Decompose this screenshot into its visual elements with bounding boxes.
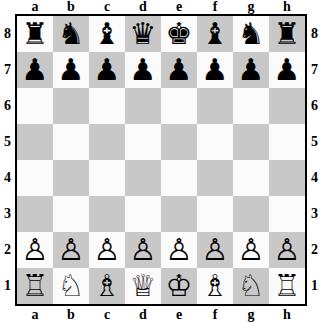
piece-white-pawn: ♙ — [238, 235, 265, 265]
square-h5[interactable] — [269, 124, 305, 160]
square-f6[interactable] — [197, 88, 233, 124]
square-d1[interactable]: ♕ — [125, 268, 161, 304]
piece-black-bishop: ♝ — [94, 19, 121, 49]
square-g6[interactable] — [233, 88, 269, 124]
square-f7[interactable]: ♟ — [197, 52, 233, 88]
rank-label-right-5: 5 — [307, 124, 322, 160]
square-g3[interactable] — [233, 196, 269, 232]
piece-white-knight: ♘ — [238, 271, 265, 301]
piece-white-pawn: ♙ — [94, 235, 121, 265]
square-b8[interactable]: ♞ — [53, 16, 89, 52]
square-f2[interactable]: ♙ — [197, 232, 233, 268]
file-label-top-a: a — [17, 0, 53, 15]
square-e5[interactable] — [161, 124, 197, 160]
piece-white-rook: ♖ — [274, 271, 301, 301]
file-label-top-e: e — [161, 0, 197, 15]
piece-white-pawn: ♙ — [58, 235, 85, 265]
rank-label-left-7: 7 — [0, 52, 15, 88]
file-label-bottom-c: c — [89, 306, 125, 322]
square-f4[interactable] — [197, 160, 233, 196]
square-h8[interactable]: ♜ — [269, 16, 305, 52]
square-g4[interactable] — [233, 160, 269, 196]
square-e1[interactable]: ♔ — [161, 268, 197, 304]
piece-white-knight: ♘ — [58, 271, 85, 301]
square-d7[interactable]: ♟ — [125, 52, 161, 88]
piece-black-king: ♚ — [166, 19, 193, 49]
file-label-bottom-e: e — [161, 306, 197, 322]
rank-label-left-4: 4 — [0, 160, 15, 196]
piece-white-pawn: ♙ — [130, 235, 157, 265]
piece-black-pawn: ♟ — [166, 55, 193, 85]
square-g5[interactable] — [233, 124, 269, 160]
square-h7[interactable]: ♟ — [269, 52, 305, 88]
square-c8[interactable]: ♝ — [89, 16, 125, 52]
piece-black-pawn: ♟ — [238, 55, 265, 85]
file-label-bottom-d: d — [125, 306, 161, 322]
file-label-bottom-g: g — [233, 306, 269, 322]
piece-black-rook: ♜ — [22, 19, 49, 49]
file-label-top-f: f — [197, 0, 233, 15]
square-b4[interactable] — [53, 160, 89, 196]
square-e3[interactable] — [161, 196, 197, 232]
piece-black-knight: ♞ — [58, 19, 85, 49]
board-band: 87654321 ♜♞♝♛♚♝♞♜♟♟♟♟♟♟♟♟♙♙♙♙♙♙♙♙♖♘♗♕♔♗♘… — [0, 14, 322, 306]
rank-label-left-6: 6 — [0, 88, 15, 124]
square-e2[interactable]: ♙ — [161, 232, 197, 268]
rank-label-right-6: 6 — [307, 88, 322, 124]
piece-black-pawn: ♟ — [274, 55, 301, 85]
square-g8[interactable]: ♞ — [233, 16, 269, 52]
square-d6[interactable] — [125, 88, 161, 124]
square-c2[interactable]: ♙ — [89, 232, 125, 268]
square-e4[interactable] — [161, 160, 197, 196]
rank-label-right-2: 2 — [307, 232, 322, 268]
square-g7[interactable]: ♟ — [233, 52, 269, 88]
square-c6[interactable] — [89, 88, 125, 124]
piece-white-queen: ♕ — [130, 271, 157, 301]
rank-label-right-8: 8 — [307, 16, 322, 52]
rank-labels-left: 87654321 — [0, 14, 15, 306]
piece-black-bishop: ♝ — [202, 19, 229, 49]
rank-label-left-2: 2 — [0, 232, 15, 268]
piece-black-pawn: ♟ — [130, 55, 157, 85]
square-h3[interactable] — [269, 196, 305, 232]
file-label-top-d: d — [125, 0, 161, 15]
file-label-top-g: g — [233, 0, 269, 15]
square-d2[interactable]: ♙ — [125, 232, 161, 268]
file-label-top-c: c — [89, 0, 125, 15]
square-f1[interactable]: ♗ — [197, 268, 233, 304]
square-a1[interactable]: ♖ — [17, 268, 53, 304]
square-a3[interactable] — [17, 196, 53, 232]
piece-white-pawn: ♙ — [274, 235, 301, 265]
file-label-bottom-f: f — [197, 306, 233, 322]
chess-board: ♜♞♝♛♚♝♞♜♟♟♟♟♟♟♟♟♙♙♙♙♙♙♙♙♖♘♗♕♔♗♘♖ — [15, 14, 307, 306]
rank-label-left-8: 8 — [0, 16, 15, 52]
piece-white-bishop: ♗ — [94, 271, 121, 301]
square-e7[interactable]: ♟ — [161, 52, 197, 88]
square-f3[interactable] — [197, 196, 233, 232]
piece-white-rook: ♖ — [22, 271, 49, 301]
square-c7[interactable]: ♟ — [89, 52, 125, 88]
file-label-bottom-h: h — [269, 306, 305, 322]
rank-label-right-3: 3 — [307, 196, 322, 232]
square-d5[interactable] — [125, 124, 161, 160]
square-b5[interactable] — [53, 124, 89, 160]
file-label-bottom-b: b — [53, 306, 89, 322]
square-c5[interactable] — [89, 124, 125, 160]
square-c4[interactable] — [89, 160, 125, 196]
square-d8[interactable]: ♛ — [125, 16, 161, 52]
square-a4[interactable] — [17, 160, 53, 196]
piece-white-king: ♔ — [166, 271, 193, 301]
file-labels-bottom: abcdefgh — [17, 306, 322, 322]
square-e6[interactable] — [161, 88, 197, 124]
rank-label-left-1: 1 — [0, 268, 15, 304]
rank-label-right-4: 4 — [307, 160, 322, 196]
square-a7[interactable]: ♟ — [17, 52, 53, 88]
file-labels-top: abcdefgh — [17, 0, 322, 14]
piece-white-pawn: ♙ — [22, 235, 49, 265]
square-d3[interactable] — [125, 196, 161, 232]
piece-black-pawn: ♟ — [202, 55, 229, 85]
square-g2[interactable]: ♙ — [233, 232, 269, 268]
file-label-top-b: b — [53, 0, 89, 15]
file-label-top-h: h — [269, 0, 305, 15]
square-b1[interactable]: ♘ — [53, 268, 89, 304]
file-label-bottom-a: a — [17, 306, 53, 322]
square-h2[interactable]: ♙ — [269, 232, 305, 268]
square-d4[interactable] — [125, 160, 161, 196]
piece-white-pawn: ♙ — [166, 235, 193, 265]
square-b3[interactable] — [53, 196, 89, 232]
square-c3[interactable] — [89, 196, 125, 232]
rank-label-right-1: 1 — [307, 268, 322, 304]
piece-black-knight: ♞ — [238, 19, 265, 49]
piece-black-queen: ♛ — [130, 19, 157, 49]
square-a5[interactable] — [17, 124, 53, 160]
piece-white-pawn: ♙ — [202, 235, 229, 265]
square-a8[interactable]: ♜ — [17, 16, 53, 52]
square-e8[interactable]: ♚ — [161, 16, 197, 52]
square-a6[interactable] — [17, 88, 53, 124]
square-a2[interactable]: ♙ — [17, 232, 53, 268]
rank-label-left-5: 5 — [0, 124, 15, 160]
piece-black-pawn: ♟ — [94, 55, 121, 85]
square-h6[interactable] — [269, 88, 305, 124]
rank-label-right-7: 7 — [307, 52, 322, 88]
piece-black-pawn: ♟ — [22, 55, 49, 85]
square-f8[interactable]: ♝ — [197, 16, 233, 52]
square-f5[interactable] — [197, 124, 233, 160]
piece-black-pawn: ♟ — [58, 55, 85, 85]
square-b2[interactable]: ♙ — [53, 232, 89, 268]
rank-labels-right: 87654321 — [307, 14, 322, 306]
square-g1[interactable]: ♘ — [233, 268, 269, 304]
square-h1[interactable]: ♖ — [269, 268, 305, 304]
square-c1[interactable]: ♗ — [89, 268, 125, 304]
piece-white-bishop: ♗ — [202, 271, 229, 301]
square-h4[interactable] — [269, 160, 305, 196]
square-b7[interactable]: ♟ — [53, 52, 89, 88]
square-b6[interactable] — [53, 88, 89, 124]
chess-diagram: abcdefgh 87654321 ♜♞♝♛♚♝♞♜♟♟♟♟♟♟♟♟♙♙♙♙♙♙… — [0, 0, 322, 322]
piece-black-rook: ♜ — [274, 19, 301, 49]
rank-label-left-3: 3 — [0, 196, 15, 232]
